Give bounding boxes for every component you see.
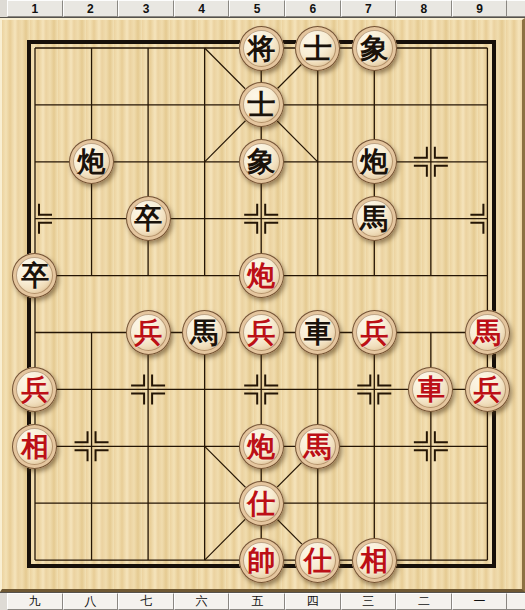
piece-glyph: 士 <box>295 26 340 71</box>
piece-black-soldier[interactable]: 卒 <box>12 253 57 298</box>
piece-glyph: 相 <box>12 424 57 469</box>
file-label-bottom: 一 <box>452 593 508 610</box>
piece-glyph: 馬 <box>295 424 340 469</box>
piece-glyph: 兵 <box>352 310 397 355</box>
piece-red-chariot[interactable]: 車 <box>408 367 453 412</box>
piece-glyph: 馬 <box>352 196 397 241</box>
piece-glyph: 兵 <box>465 367 510 412</box>
piece-glyph: 仕 <box>239 481 284 526</box>
file-label-top: 7 <box>341 0 397 17</box>
strip-filler <box>507 593 525 610</box>
piece-glyph: 炮 <box>239 424 284 469</box>
piece-glyph: 卒 <box>126 196 171 241</box>
piece-black-advisor[interactable]: 士 <box>295 26 340 71</box>
piece-black-horse[interactable]: 馬 <box>352 196 397 241</box>
piece-red-horse[interactable]: 馬 <box>465 310 510 355</box>
piece-glyph: 兵 <box>12 367 57 412</box>
piece-black-advisor[interactable]: 士 <box>239 82 284 127</box>
strip-filler <box>507 0 525 17</box>
xiangqi-app: 123456789 将士象士炮象炮卒馬卒炮兵馬兵車兵馬兵車兵相炮馬仕帥仕相 九八… <box>0 0 525 610</box>
piece-red-general[interactable]: 帥 <box>239 538 284 583</box>
file-label-top: 6 <box>285 0 341 17</box>
piece-glyph: 炮 <box>239 253 284 298</box>
piece-glyph: 士 <box>239 82 284 127</box>
piece-glyph: 象 <box>352 26 397 71</box>
file-label-top: 3 <box>118 0 174 17</box>
piece-glyph: 炮 <box>352 139 397 184</box>
file-label-top: 8 <box>396 0 452 17</box>
piece-red-soldier[interactable]: 兵 <box>12 367 57 412</box>
piece-black-elephant[interactable]: 象 <box>239 139 284 184</box>
file-label-top: 4 <box>174 0 230 17</box>
file-label-top: 1 <box>7 0 63 17</box>
piece-red-advisor[interactable]: 仕 <box>239 481 284 526</box>
piece-glyph: 相 <box>352 538 397 583</box>
piece-glyph: 仕 <box>295 538 340 583</box>
file-label-top: 9 <box>452 0 508 17</box>
file-label-top: 2 <box>63 0 119 17</box>
file-label-bottom: 八 <box>63 593 119 610</box>
piece-black-elephant[interactable]: 象 <box>352 26 397 71</box>
file-label-bottom: 二 <box>396 593 452 610</box>
piece-red-soldier[interactable]: 兵 <box>465 367 510 412</box>
piece-glyph: 卒 <box>12 253 57 298</box>
piece-glyph: 帥 <box>239 538 284 583</box>
piece-black-soldier[interactable]: 卒 <box>126 196 171 241</box>
piece-red-soldier[interactable]: 兵 <box>239 310 284 355</box>
piece-red-horse[interactable]: 馬 <box>295 424 340 469</box>
file-label-bottom: 六 <box>174 593 230 610</box>
piece-glyph: 兵 <box>126 310 171 355</box>
file-label-bottom: 五 <box>229 593 285 610</box>
piece-red-elephant[interactable]: 相 <box>352 538 397 583</box>
piece-glyph: 車 <box>408 367 453 412</box>
piece-black-chariot[interactable]: 車 <box>295 310 340 355</box>
piece-glyph: 兵 <box>239 310 284 355</box>
pieces-layer[interactable]: 将士象士炮象炮卒馬卒炮兵馬兵車兵馬兵車兵相炮馬仕帥仕相 <box>7 20 516 589</box>
file-label-bottom: 四 <box>285 593 341 610</box>
piece-black-cannon[interactable]: 炮 <box>69 139 114 184</box>
piece-glyph: 炮 <box>69 139 114 184</box>
piece-red-cannon[interactable]: 炮 <box>239 424 284 469</box>
piece-black-horse[interactable]: 馬 <box>182 310 227 355</box>
piece-red-cannon[interactable]: 炮 <box>239 253 284 298</box>
piece-red-elephant[interactable]: 相 <box>12 424 57 469</box>
file-labels-bottom: 九八七六五四三二一 <box>0 592 525 610</box>
piece-red-advisor[interactable]: 仕 <box>295 538 340 583</box>
file-label-bottom: 七 <box>118 593 174 610</box>
piece-glyph: 馬 <box>465 310 510 355</box>
file-label-bottom: 三 <box>341 593 397 610</box>
piece-black-cannon[interactable]: 炮 <box>352 139 397 184</box>
piece-glyph: 将 <box>239 26 284 71</box>
file-labels-top: 123456789 <box>0 0 525 18</box>
piece-glyph: 馬 <box>182 310 227 355</box>
piece-red-soldier[interactable]: 兵 <box>126 310 171 355</box>
piece-glyph: 車 <box>295 310 340 355</box>
piece-black-general[interactable]: 将 <box>239 26 284 71</box>
piece-red-soldier[interactable]: 兵 <box>352 310 397 355</box>
file-label-top: 5 <box>229 0 285 17</box>
file-label-bottom: 九 <box>7 593 63 610</box>
piece-glyph: 象 <box>239 139 284 184</box>
